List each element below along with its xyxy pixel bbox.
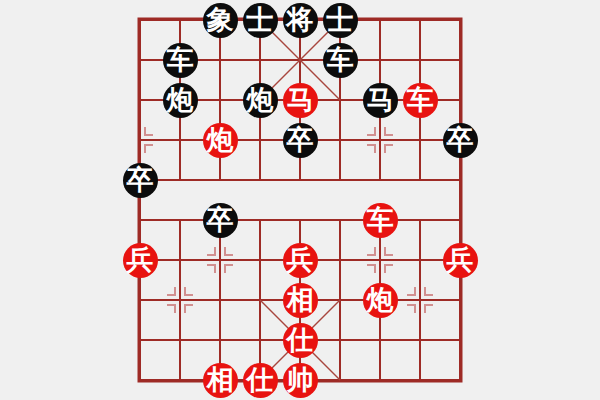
piece-red-cannon[interactable]: 炮 (363, 283, 398, 318)
piece-red-chariot[interactable]: 车 (403, 83, 438, 118)
piece-black-soldier[interactable]: 卒 (123, 163, 158, 198)
piece-black-cannon[interactable]: 炮 (163, 83, 198, 118)
piece-black-cannon[interactable]: 炮 (243, 83, 278, 118)
piece-red-advisor[interactable]: 仕 (243, 363, 278, 398)
piece-red-chariot[interactable]: 车 (363, 203, 398, 238)
piece-black-advisor[interactable]: 士 (243, 3, 278, 38)
piece-red-cannon[interactable]: 炮 (203, 123, 238, 158)
piece-black-chariot[interactable]: 车 (163, 43, 198, 78)
piece-black-soldier[interactable]: 卒 (443, 123, 478, 158)
piece-black-advisor[interactable]: 士 (323, 3, 358, 38)
xiangqi-app: 象士将士车车炮炮马马车炮卒卒卒卒车兵兵兵相炮仕相仕帅 (0, 0, 600, 400)
piece-black-elephant[interactable]: 象 (203, 3, 238, 38)
piece-black-horse[interactable]: 马 (363, 83, 398, 118)
piece-black-soldier[interactable]: 卒 (283, 123, 318, 158)
piece-red-elephant[interactable]: 相 (283, 283, 318, 318)
piece-red-king[interactable]: 帅 (283, 363, 318, 398)
piece-red-horse[interactable]: 马 (283, 83, 318, 118)
piece-red-soldier[interactable]: 兵 (283, 243, 318, 278)
piece-black-soldier[interactable]: 卒 (203, 203, 238, 238)
piece-red-soldier[interactable]: 兵 (443, 243, 478, 278)
piece-black-chariot[interactable]: 车 (323, 43, 358, 78)
piece-red-elephant[interactable]: 相 (203, 363, 238, 398)
piece-black-king[interactable]: 将 (283, 3, 318, 38)
piece-red-advisor[interactable]: 仕 (283, 323, 318, 358)
xiangqi-board[interactable]: 象士将士车车炮炮马马车炮卒卒卒卒车兵兵兵相炮仕相仕帅 (0, 0, 600, 400)
piece-red-soldier[interactable]: 兵 (123, 243, 158, 278)
